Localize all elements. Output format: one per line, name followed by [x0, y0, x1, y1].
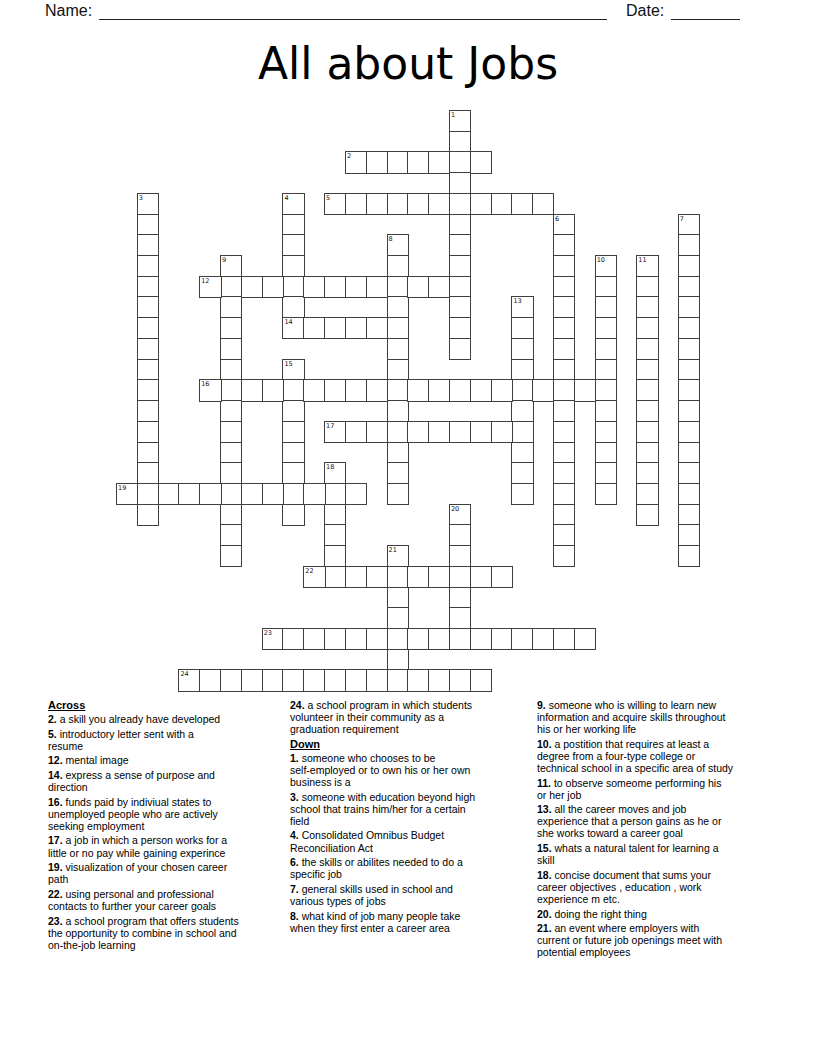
cell-r13-c12[interactable]	[366, 379, 388, 401]
cell-r2-c15[interactable]	[428, 151, 450, 173]
cell-r22-c13[interactable]	[387, 566, 409, 588]
cell-r10-c1[interactable]	[137, 317, 159, 339]
cell-r17-c25[interactable]	[636, 462, 658, 484]
cell-r18-c1[interactable]	[137, 483, 159, 505]
cell-r22-c12[interactable]	[366, 566, 388, 588]
cell-r0-c16[interactable]: 1	[449, 110, 471, 132]
cell-r7-c1[interactable]	[137, 255, 159, 277]
cell-r12-c23[interactable]	[595, 359, 617, 381]
cell-r22-c16[interactable]	[449, 566, 471, 588]
cell-r13-c13[interactable]	[387, 379, 409, 401]
cell-r14-c8[interactable]	[282, 400, 304, 422]
cell-r18-c3[interactable]	[178, 483, 200, 505]
cell-r13-c7[interactable]	[262, 379, 284, 401]
cell-r14-c13[interactable]	[387, 400, 409, 422]
cell-r8-c6[interactable]	[241, 276, 263, 298]
cell-r18-c9[interactable]	[303, 483, 325, 505]
cell-r4-c17[interactable]	[470, 193, 492, 215]
cell-r27-c17[interactable]	[470, 669, 492, 691]
cell-r5-c16[interactable]	[449, 214, 471, 236]
cell-r13-c9[interactable]	[303, 379, 325, 401]
cell-r25-c12[interactable]	[366, 628, 388, 650]
cell-r13-c17[interactable]	[470, 379, 492, 401]
cell-r15-c13[interactable]	[387, 421, 409, 443]
clue-number: 18.	[537, 869, 552, 881]
cell-r7-c27[interactable]	[678, 255, 700, 277]
cell-r6-c27[interactable]	[678, 234, 700, 256]
clue-across-24: 24. a school program in which students v…	[290, 699, 535, 735]
cell-r27-c12[interactable]	[366, 669, 388, 691]
cell-r14-c19[interactable]	[511, 400, 533, 422]
cell-r17-c21[interactable]	[553, 462, 575, 484]
cell-r8-c21[interactable]	[553, 276, 575, 298]
cell-r6-c13[interactable]: 8	[387, 234, 409, 256]
cell-r8-c14[interactable]	[407, 276, 429, 298]
cell-r11-c27[interactable]	[678, 338, 700, 360]
cell-r13-c14[interactable]	[407, 379, 429, 401]
cell-r13-c4[interactable]: 16	[199, 379, 221, 401]
cell-r11-c25[interactable]	[636, 338, 658, 360]
cell-r4-c20[interactable]	[532, 193, 554, 215]
cell-r2-c16[interactable]	[449, 151, 471, 173]
clue-number: 12.	[48, 754, 63, 766]
cell-r27-c10[interactable]	[324, 669, 346, 691]
cell-r10-c19[interactable]	[511, 317, 533, 339]
cell-r13-c16[interactable]	[449, 379, 471, 401]
cell-r10-c11[interactable]	[345, 317, 367, 339]
cell-r25-c9[interactable]	[303, 628, 325, 650]
cell-r8-c11[interactable]	[345, 276, 367, 298]
cell-r12-c27[interactable]	[678, 359, 700, 381]
cell-r27-c8[interactable]	[282, 669, 304, 691]
clue-number: 15.	[537, 842, 552, 854]
cell-r24-c13[interactable]	[387, 607, 409, 629]
cell-r8-c16[interactable]	[449, 276, 471, 298]
cell-r10-c9[interactable]	[303, 317, 325, 339]
cell-r27-c11[interactable]	[345, 669, 367, 691]
cell-r18-c5[interactable]	[220, 483, 242, 505]
cell-r17-c10[interactable]: 18	[324, 462, 346, 484]
cell-r9-c27[interactable]	[678, 296, 700, 318]
cell-r8-c1[interactable]	[137, 276, 159, 298]
cell-r16-c13[interactable]	[387, 442, 409, 464]
cell-r19-c1[interactable]	[137, 504, 159, 526]
cell-r15-c5[interactable]	[220, 421, 242, 443]
cell-r10-c5[interactable]	[220, 317, 242, 339]
cell-r18-c0[interactable]: 19	[116, 483, 138, 505]
cell-r15-c8[interactable]	[282, 421, 304, 443]
cell-r14-c23[interactable]	[595, 400, 617, 422]
cell-r19-c27[interactable]	[678, 504, 700, 526]
cell-r4-c10[interactable]: 5	[324, 193, 346, 215]
cell-r4-c11[interactable]	[345, 193, 367, 215]
cell-r7-c13[interactable]	[387, 255, 409, 277]
cell-r9-c5[interactable]	[220, 296, 242, 318]
cell-r19-c5[interactable]	[220, 504, 242, 526]
clue-number: 17.	[48, 834, 63, 846]
cell-r2-c12[interactable]	[366, 151, 388, 173]
cell-r20-c27[interactable]	[678, 524, 700, 546]
cell-r10-c8[interactable]: 14	[282, 317, 304, 339]
cell-r9-c16[interactable]	[449, 296, 471, 318]
cell-number-1: 1	[451, 111, 455, 119]
cell-r9-c25[interactable]	[636, 296, 658, 318]
cell-r15-c19[interactable]	[511, 421, 533, 443]
name-label: Name:	[45, 2, 92, 20]
clues-column-2: 24. a school program in which students v…	[290, 699, 535, 936]
cell-r14-c27[interactable]	[678, 400, 700, 422]
cell-number-19: 19	[118, 484, 126, 492]
cell-r4-c19[interactable]	[511, 193, 533, 215]
cell-r25-c10[interactable]	[324, 628, 346, 650]
cell-number-11: 11	[638, 256, 646, 264]
cell-r21-c16[interactable]	[449, 545, 471, 567]
cell-r26-c13[interactable]	[387, 649, 409, 671]
cell-r7-c5[interactable]: 9	[220, 255, 242, 277]
cell-r10-c16[interactable]	[449, 317, 471, 339]
cell-r25-c16[interactable]	[449, 628, 471, 650]
cell-r25-c15[interactable]	[428, 628, 450, 650]
cell-r25-c7[interactable]: 23	[262, 628, 284, 650]
cell-r20-c16[interactable]	[449, 524, 471, 546]
cell-r15-c18[interactable]	[491, 421, 513, 443]
page-title: All about Jobs	[0, 38, 816, 89]
cell-r20-c5[interactable]	[220, 524, 242, 546]
cell-r12-c25[interactable]	[636, 359, 658, 381]
cell-r25-c11[interactable]	[345, 628, 367, 650]
cell-r25-c19[interactable]	[511, 628, 533, 650]
cell-r22-c10[interactable]	[324, 566, 346, 588]
cell-r15-c11[interactable]	[345, 421, 367, 443]
clues-column-1: Across2. a skill you already have develo…	[48, 699, 286, 953]
cell-r15-c27[interactable]	[678, 421, 700, 443]
cell-r7-c16[interactable]	[449, 255, 471, 277]
cell-r8-c23[interactable]	[595, 276, 617, 298]
cell-r27-c13[interactable]	[387, 669, 409, 691]
clue-down-21: 21. an event where employers with curren…	[537, 922, 787, 958]
cell-r22-c18[interactable]	[491, 566, 513, 588]
clue-down-3: 3. someone with education beyond high sc…	[290, 791, 535, 827]
cell-r13-c11[interactable]	[345, 379, 367, 401]
cell-r16-c1[interactable]	[137, 442, 159, 464]
cell-r16-c8[interactable]	[282, 442, 304, 464]
cell-r18-c23[interactable]	[595, 483, 617, 505]
cell-r13-c10[interactable]	[324, 379, 346, 401]
cell-r5-c21[interactable]: 6	[553, 214, 575, 236]
cell-r19-c25[interactable]	[636, 504, 658, 526]
cell-r15-c17[interactable]	[470, 421, 492, 443]
cell-r5-c1[interactable]	[137, 214, 159, 236]
cell-r6-c8[interactable]	[282, 234, 304, 256]
date-blank-line[interactable]	[671, 1, 740, 20]
cell-r25-c17[interactable]	[470, 628, 492, 650]
cell-r13-c19[interactable]	[511, 379, 533, 401]
clue-number: 5.	[48, 728, 57, 740]
cell-r17-c1[interactable]	[137, 462, 159, 484]
cell-r20-c21[interactable]	[553, 524, 575, 546]
clue-across-23: 23. a school program that offers student…	[48, 915, 286, 951]
cell-r22-c17[interactable]	[470, 566, 492, 588]
cell-r4-c13[interactable]	[387, 193, 409, 215]
clue-down-8: 8. what kind of job many people take whe…	[290, 910, 535, 934]
cell-r10-c25[interactable]	[636, 317, 658, 339]
cell-r13-c27[interactable]	[678, 379, 700, 401]
cell-r13-c5[interactable]	[220, 379, 242, 401]
cell-r8-c4[interactable]: 12	[199, 276, 221, 298]
clue-number: 4.	[290, 829, 299, 841]
cell-number-4: 4	[284, 194, 288, 202]
cell-r16-c5[interactable]	[220, 442, 242, 464]
cell-r18-c10[interactable]	[324, 483, 346, 505]
name-blank-line[interactable]	[99, 1, 607, 20]
cell-r2-c14[interactable]	[407, 151, 429, 173]
cell-r25-c13[interactable]	[387, 628, 409, 650]
cell-number-13: 13	[513, 297, 521, 305]
cell-r7-c8[interactable]	[282, 255, 304, 277]
cell-number-12: 12	[201, 277, 209, 285]
cell-r8-c13[interactable]	[387, 276, 409, 298]
cell-number-8: 8	[389, 235, 393, 243]
cell-r3-c16[interactable]	[449, 172, 471, 194]
cell-r24-c16[interactable]	[449, 607, 471, 629]
cell-r11-c23[interactable]	[595, 338, 617, 360]
cell-r15-c14[interactable]	[407, 421, 429, 443]
cell-r18-c6[interactable]	[241, 483, 263, 505]
cell-r25-c20[interactable]	[532, 628, 554, 650]
cell-r8-c10[interactable]	[324, 276, 346, 298]
cell-r27-c15[interactable]	[428, 669, 450, 691]
cell-r18-c19[interactable]	[511, 483, 533, 505]
cell-r14-c21[interactable]	[553, 400, 575, 422]
cell-r27-c14[interactable]	[407, 669, 429, 691]
cell-number-10: 10	[597, 256, 605, 264]
cell-r14-c1[interactable]	[137, 400, 159, 422]
cell-r17-c23[interactable]	[595, 462, 617, 484]
clue-across-14: 14. express a sense of purpose and direc…	[48, 769, 286, 793]
cell-number-24: 24	[180, 670, 188, 678]
cell-r8-c12[interactable]	[366, 276, 388, 298]
cell-r19-c21[interactable]	[553, 504, 575, 526]
cell-number-17: 17	[326, 422, 334, 430]
cell-r5-c27[interactable]: 7	[678, 214, 700, 236]
cell-r21-c21[interactable]	[553, 545, 575, 567]
cell-r13-c8[interactable]	[282, 379, 304, 401]
clue-across-17: 17. a job in which a person works for a …	[48, 834, 286, 858]
cell-r25-c14[interactable]	[407, 628, 429, 650]
cell-r27-c7[interactable]	[262, 669, 284, 691]
cell-r18-c8[interactable]	[282, 483, 304, 505]
cell-r21-c10[interactable]	[324, 545, 346, 567]
cell-r14-c25[interactable]	[636, 400, 658, 422]
cell-number-22: 22	[305, 567, 313, 575]
cell-r25-c21[interactable]	[553, 628, 575, 650]
cell-r7-c25[interactable]: 11	[636, 255, 658, 277]
cell-r13-c1[interactable]	[137, 379, 159, 401]
cell-r4-c12[interactable]	[366, 193, 388, 215]
cell-r23-c13[interactable]	[387, 587, 409, 609]
cell-r9-c21[interactable]	[553, 296, 575, 318]
cell-r15-c15[interactable]	[428, 421, 450, 443]
cell-r16-c21[interactable]	[553, 442, 575, 464]
cell-r25-c22[interactable]	[574, 628, 596, 650]
cell-r18-c13[interactable]	[387, 483, 409, 505]
cell-r10-c13[interactable]	[387, 317, 409, 339]
cell-number-16: 16	[201, 380, 209, 388]
cell-r15-c12[interactable]	[366, 421, 388, 443]
cell-r8-c7[interactable]	[262, 276, 284, 298]
cell-r4-c14[interactable]	[407, 193, 429, 215]
cell-r4-c16[interactable]	[449, 193, 471, 215]
clue-number: 24.	[290, 699, 305, 711]
clue-down-18: 18. concise document that sums your care…	[537, 869, 787, 905]
cell-r2-c17[interactable]	[470, 151, 492, 173]
cell-r15-c23[interactable]	[595, 421, 617, 443]
cell-r9-c1[interactable]	[137, 296, 159, 318]
cell-r6-c16[interactable]	[449, 234, 471, 256]
cell-r27-c16[interactable]	[449, 669, 471, 691]
cell-r4-c18[interactable]	[491, 193, 513, 215]
cell-r11-c13[interactable]	[387, 338, 409, 360]
cell-r15-c10[interactable]: 17	[324, 421, 346, 443]
cell-r23-c16[interactable]	[449, 587, 471, 609]
cell-r19-c8[interactable]	[282, 504, 304, 526]
clue-across-2: 2. a skill you already have developed	[48, 713, 286, 725]
cell-r9-c13[interactable]	[387, 296, 409, 318]
cell-r13-c20[interactable]	[532, 379, 554, 401]
cell-r13-c25[interactable]	[636, 379, 658, 401]
cell-r11-c1[interactable]	[137, 338, 159, 360]
clue-across-19: 19. visualization of your chosen career …	[48, 861, 286, 885]
cell-number-6: 6	[555, 215, 559, 223]
clue-number: 14.	[48, 769, 63, 781]
cell-r21-c5[interactable]	[220, 545, 242, 567]
cell-r2-c13[interactable]	[387, 151, 409, 173]
cell-r18-c7[interactable]	[262, 483, 284, 505]
cell-r7-c21[interactable]	[553, 255, 575, 277]
cell-r13-c15[interactable]	[428, 379, 450, 401]
cell-r11-c16[interactable]	[449, 338, 471, 360]
cell-r16-c25[interactable]	[636, 442, 658, 464]
cell-r17-c8[interactable]	[282, 462, 304, 484]
cell-r8-c9[interactable]	[303, 276, 325, 298]
cell-r17-c13[interactable]	[387, 462, 409, 484]
cell-r21-c13[interactable]: 21	[387, 545, 409, 567]
cell-r4-c15[interactable]	[428, 193, 450, 215]
cell-r21-c27[interactable]	[678, 545, 700, 567]
cell-r22-c11[interactable]	[345, 566, 367, 588]
cell-r25-c18[interactable]	[491, 628, 513, 650]
cell-r27-c9[interactable]	[303, 669, 325, 691]
cell-r8-c8[interactable]	[282, 276, 304, 298]
cell-r15-c21[interactable]	[553, 421, 575, 443]
cell-r10-c23[interactable]	[595, 317, 617, 339]
cell-r9-c23[interactable]	[595, 296, 617, 318]
clue-number: 23.	[48, 915, 63, 927]
cell-number-21: 21	[389, 546, 397, 554]
cell-r12-c21[interactable]	[553, 359, 575, 381]
cell-r13-c6[interactable]	[241, 379, 263, 401]
cell-r5-c8[interactable]	[282, 214, 304, 236]
clue-number: 13.	[537, 803, 552, 815]
cell-r22-c14[interactable]	[407, 566, 429, 588]
cell-r11-c5[interactable]	[220, 338, 242, 360]
cell-r19-c10[interactable]	[324, 504, 346, 526]
cell-r15-c1[interactable]	[137, 421, 159, 443]
cell-r18-c4[interactable]	[199, 483, 221, 505]
cell-r11-c19[interactable]	[511, 338, 533, 360]
cell-r8-c27[interactable]	[678, 276, 700, 298]
cell-r19-c16[interactable]: 20	[449, 504, 471, 526]
cell-r18-c2[interactable]	[158, 483, 180, 505]
cell-r10-c21[interactable]	[553, 317, 575, 339]
cell-r17-c27[interactable]	[678, 462, 700, 484]
cell-r8-c5[interactable]	[220, 276, 242, 298]
cell-r22-c15[interactable]	[428, 566, 450, 588]
cell-r22-c9[interactable]: 22	[303, 566, 325, 588]
cell-r18-c25[interactable]	[636, 483, 658, 505]
cell-r6-c21[interactable]	[553, 234, 575, 256]
cell-r15-c16[interactable]	[449, 421, 471, 443]
clue-number: 1.	[290, 752, 299, 764]
cell-r27-c6[interactable]	[241, 669, 263, 691]
cell-r27-c5[interactable]	[220, 669, 242, 691]
cell-r16-c27[interactable]	[678, 442, 700, 464]
cell-r1-c16[interactable]	[449, 131, 471, 153]
cell-r18-c21[interactable]	[553, 483, 575, 505]
cell-r12-c1[interactable]	[137, 359, 159, 381]
clue-number: 20.	[537, 908, 552, 920]
cell-r2-c11[interactable]: 2	[345, 151, 367, 173]
cell-r17-c19[interactable]	[511, 462, 533, 484]
cell-r16-c19[interactable]	[511, 442, 533, 464]
across-header: Across	[48, 699, 286, 711]
cell-r10-c10[interactable]	[324, 317, 346, 339]
cell-r8-c15[interactable]	[428, 276, 450, 298]
cell-r12-c5[interactable]	[220, 359, 242, 381]
cell-r12-c13[interactable]	[387, 359, 409, 381]
cell-r18-c11[interactable]	[345, 483, 367, 505]
cell-r13-c23[interactable]	[595, 379, 617, 401]
cell-r27-c3[interactable]: 24	[178, 669, 200, 691]
cell-r25-c8[interactable]	[282, 628, 304, 650]
cell-r12-c8[interactable]: 15	[282, 359, 304, 381]
cell-r20-c10[interactable]	[324, 524, 346, 546]
clue-down-1: 1. someone who chooses to be self-employ…	[290, 752, 535, 788]
clue-number: 8.	[290, 910, 299, 922]
cell-r13-c21[interactable]	[553, 379, 575, 401]
cell-r4-c1[interactable]: 3	[137, 193, 159, 215]
clue-across-12: 12. mental image	[48, 754, 286, 766]
cell-r18-c27[interactable]	[678, 483, 700, 505]
cell-r8-c25[interactable]	[636, 276, 658, 298]
cell-r13-c22[interactable]	[574, 379, 596, 401]
cell-r13-c18[interactable]	[491, 379, 513, 401]
cell-r4-c8[interactable]: 4	[282, 193, 304, 215]
cell-r27-c4[interactable]	[199, 669, 221, 691]
cell-r9-c19[interactable]: 13	[511, 296, 533, 318]
cell-r16-c23[interactable]	[595, 442, 617, 464]
cell-r10-c12[interactable]	[366, 317, 388, 339]
cell-r11-c21[interactable]	[553, 338, 575, 360]
cell-r10-c27[interactable]	[678, 317, 700, 339]
cell-r15-c25[interactable]	[636, 421, 658, 443]
cell-r9-c8[interactable]	[282, 296, 304, 318]
cell-r12-c19[interactable]	[511, 359, 533, 381]
cell-r17-c5[interactable]	[220, 462, 242, 484]
cell-r14-c5[interactable]	[220, 400, 242, 422]
cell-r7-c23[interactable]: 10	[595, 255, 617, 277]
cell-r6-c1[interactable]	[137, 234, 159, 256]
